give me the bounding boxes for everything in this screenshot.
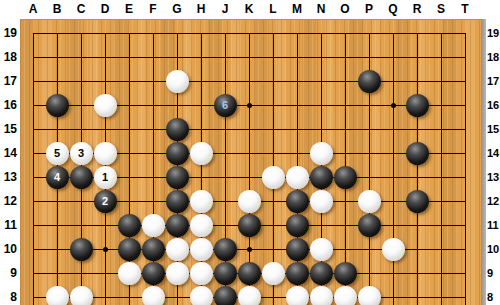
stone-white-P12[interactable]	[358, 190, 381, 213]
stone-white-H8[interactable]	[190, 286, 213, 305]
stone-white-H9[interactable]	[190, 262, 213, 285]
col-label-F: F	[141, 2, 165, 16]
row-label-right-19: 19	[487, 26, 500, 40]
row-label-left-14: 14	[0, 146, 17, 160]
stone-white-D13[interactable]: 1	[94, 166, 117, 189]
stone-black-G11[interactable]	[166, 214, 189, 237]
stone-white-G9[interactable]	[166, 262, 189, 285]
stone-black-P11[interactable]	[358, 214, 381, 237]
grid-vline-T	[465, 33, 466, 305]
col-label-A: A	[21, 2, 45, 16]
stone-white-C14[interactable]: 3	[70, 142, 93, 165]
stone-white-N14[interactable]	[310, 142, 333, 165]
stone-white-M8[interactable]	[286, 286, 309, 305]
stone-white-E9[interactable]	[118, 262, 141, 285]
stone-black-K11[interactable]	[238, 214, 261, 237]
stone-black-G13[interactable]	[166, 166, 189, 189]
row-label-right-8: 8	[487, 290, 500, 304]
stone-white-G10[interactable]	[166, 238, 189, 261]
stone-white-D16[interactable]	[94, 94, 117, 117]
row-label-left-9: 9	[0, 266, 17, 280]
stone-black-P17[interactable]	[358, 70, 381, 93]
col-label-B: B	[45, 2, 69, 16]
stone-black-G14[interactable]	[166, 142, 189, 165]
row-label-right-16: 16	[487, 98, 500, 112]
stone-black-M10[interactable]	[286, 238, 309, 261]
row-label-left-17: 17	[0, 74, 17, 88]
grid-vline-A	[33, 33, 34, 305]
stone-black-G12[interactable]	[166, 190, 189, 213]
stone-black-F10[interactable]	[142, 238, 165, 261]
star-point-Q16	[391, 103, 396, 108]
stone-white-K12[interactable]	[238, 190, 261, 213]
stone-black-M11[interactable]	[286, 214, 309, 237]
row-label-left-19: 19	[0, 26, 17, 40]
star-point-D10	[103, 247, 108, 252]
col-label-N: N	[309, 2, 333, 16]
stone-black-J9[interactable]	[214, 262, 237, 285]
stone-black-M12[interactable]	[286, 190, 309, 213]
stone-white-K8[interactable]	[238, 286, 261, 305]
row-label-left-10: 10	[0, 242, 17, 256]
col-label-M: M	[285, 2, 309, 16]
stone-black-N13[interactable]	[310, 166, 333, 189]
stone-black-J10[interactable]	[214, 238, 237, 261]
stone-white-H14[interactable]	[190, 142, 213, 165]
row-label-right-18: 18	[487, 50, 500, 64]
grid-vline-R	[417, 33, 418, 305]
col-label-S: S	[429, 2, 453, 16]
row-label-left-11: 11	[0, 218, 17, 232]
stone-black-F9[interactable]	[142, 262, 165, 285]
stone-white-D14[interactable]	[94, 142, 117, 165]
stone-white-L9[interactable]	[262, 262, 285, 285]
col-label-L: L	[261, 2, 285, 16]
stone-white-P8[interactable]	[358, 286, 381, 305]
move-number-label: 3	[78, 148, 84, 159]
col-label-H: H	[189, 2, 213, 16]
stone-black-E10[interactable]	[118, 238, 141, 261]
row-label-right-10: 10	[487, 242, 500, 256]
move-number-label: 4	[54, 172, 60, 183]
stone-white-B8[interactable]	[46, 286, 69, 305]
stone-white-H12[interactable]	[190, 190, 213, 213]
row-label-right-14: 14	[487, 146, 500, 160]
stone-white-N12[interactable]	[310, 190, 333, 213]
stone-white-B14[interactable]: 5	[46, 142, 69, 165]
row-label-right-12: 12	[487, 194, 500, 208]
row-label-left-13: 13	[0, 170, 17, 184]
stone-black-G15[interactable]	[166, 118, 189, 141]
stone-black-O13[interactable]	[334, 166, 357, 189]
stone-black-R14[interactable]	[406, 142, 429, 165]
grid-vline-S	[441, 33, 442, 305]
stone-black-E11[interactable]	[118, 214, 141, 237]
row-label-right-9: 9	[487, 266, 500, 280]
stone-black-K9[interactable]	[238, 262, 261, 285]
stone-white-F11[interactable]	[142, 214, 165, 237]
stone-white-Q10[interactable]	[382, 238, 405, 261]
stone-black-B16[interactable]	[46, 94, 69, 117]
col-label-R: R	[405, 2, 429, 16]
stone-black-M9[interactable]	[286, 262, 309, 285]
stone-black-R12[interactable]	[406, 190, 429, 213]
stone-black-N9[interactable]	[310, 262, 333, 285]
col-label-K: K	[237, 2, 261, 16]
stone-black-B13[interactable]: 4	[46, 166, 69, 189]
stone-black-C13[interactable]	[70, 166, 93, 189]
grid-vline-Q	[393, 33, 394, 305]
stone-white-N10[interactable]	[310, 238, 333, 261]
row-label-right-11: 11	[487, 218, 500, 232]
row-label-left-12: 12	[0, 194, 17, 208]
row-label-left-16: 16	[0, 98, 17, 112]
go-app-window: 653412 ABCDEFGHJKLMNOPQRST 1918171615141…	[0, 0, 500, 305]
col-label-O: O	[333, 2, 357, 16]
stone-black-J8[interactable]	[214, 286, 237, 305]
move-number-label: 1	[102, 172, 108, 183]
stone-white-G17[interactable]	[166, 70, 189, 93]
stone-white-H11[interactable]	[190, 214, 213, 237]
row-label-left-8: 8	[0, 290, 17, 304]
grid-hline-17	[33, 81, 466, 82]
row-label-left-15: 15	[0, 122, 17, 136]
row-label-left-18: 18	[0, 50, 17, 64]
col-label-D: D	[93, 2, 117, 16]
stone-black-J16[interactable]: 6	[214, 94, 237, 117]
row-label-right-13: 13	[487, 170, 500, 184]
stone-black-O9[interactable]	[334, 262, 357, 285]
col-label-E: E	[117, 2, 141, 16]
stone-white-N8[interactable]	[310, 286, 333, 305]
move-number-label: 2	[102, 196, 108, 207]
stone-black-D12[interactable]: 2	[94, 190, 117, 213]
stone-white-L13[interactable]	[262, 166, 285, 189]
star-point-K16	[247, 103, 252, 108]
stone-white-C8[interactable]	[70, 286, 93, 305]
col-label-P: P	[357, 2, 381, 16]
grid-hline-15	[33, 129, 466, 130]
move-number-label: 6	[222, 100, 228, 111]
stone-white-M13[interactable]	[286, 166, 309, 189]
star-point-K10	[247, 247, 252, 252]
col-label-G: G	[165, 2, 189, 16]
col-label-C: C	[69, 2, 93, 16]
col-label-T: T	[453, 2, 477, 16]
grid-hline-19	[33, 33, 466, 34]
stone-white-H10[interactable]	[190, 238, 213, 261]
move-number-label: 5	[54, 148, 60, 159]
board-edge-shadow	[481, 19, 486, 305]
stone-white-O8[interactable]	[334, 286, 357, 305]
stone-white-F8[interactable]	[142, 286, 165, 305]
grid-hline-18	[33, 57, 466, 58]
col-label-Q: Q	[381, 2, 405, 16]
stone-black-R16[interactable]	[406, 94, 429, 117]
row-label-right-15: 15	[487, 122, 500, 136]
row-label-right-17: 17	[487, 74, 500, 88]
col-label-J: J	[213, 2, 237, 16]
stone-black-C10[interactable]	[70, 238, 93, 261]
